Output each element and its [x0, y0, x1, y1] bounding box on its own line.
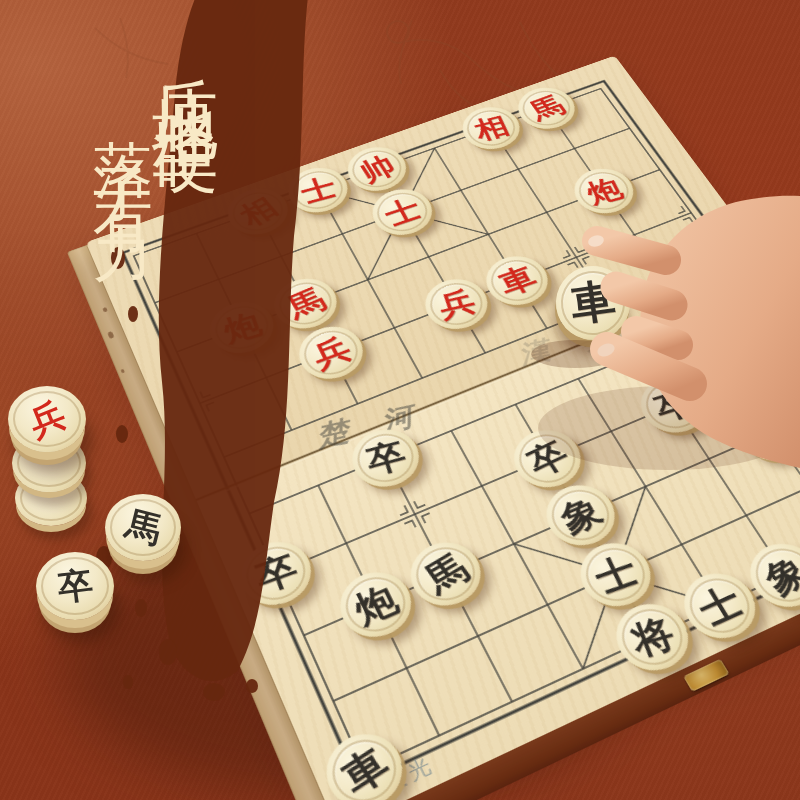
slogan-line-1: 质地坚硬 [140, 24, 230, 100]
piece-black-chariot[interactable]: 車 [315, 722, 414, 800]
piece-black-horse[interactable]: 馬 [400, 532, 492, 616]
captured-piece-black-horse[interactable]: 馬 [105, 494, 181, 561]
piece-red-chariot[interactable]: 車 [476, 248, 558, 313]
captured-piece-black-soldier[interactable]: 卒 [36, 552, 114, 620]
captured-piece-red-soldier[interactable]: 兵 [8, 386, 86, 452]
product-photo-scene: 楚河 漢界 晨光 相士帅相馬士炮馬炮兵兵車卒卒卒卒炮馬象炮士車将士象 质地坚硬 … [0, 0, 800, 800]
piece-red-cannon[interactable]: 炮 [202, 294, 283, 362]
piece-black-cannon[interactable]: 炮 [726, 395, 800, 469]
piece-black-cannon[interactable]: 炮 [330, 562, 423, 648]
piece-red-cannon[interactable]: 炮 [564, 161, 643, 221]
slogan-line-2: 落子有力 [82, 92, 163, 204]
piece-black-soldier[interactable]: 卒 [342, 420, 429, 496]
piece-black-soldier[interactable]: 卒 [629, 369, 718, 442]
